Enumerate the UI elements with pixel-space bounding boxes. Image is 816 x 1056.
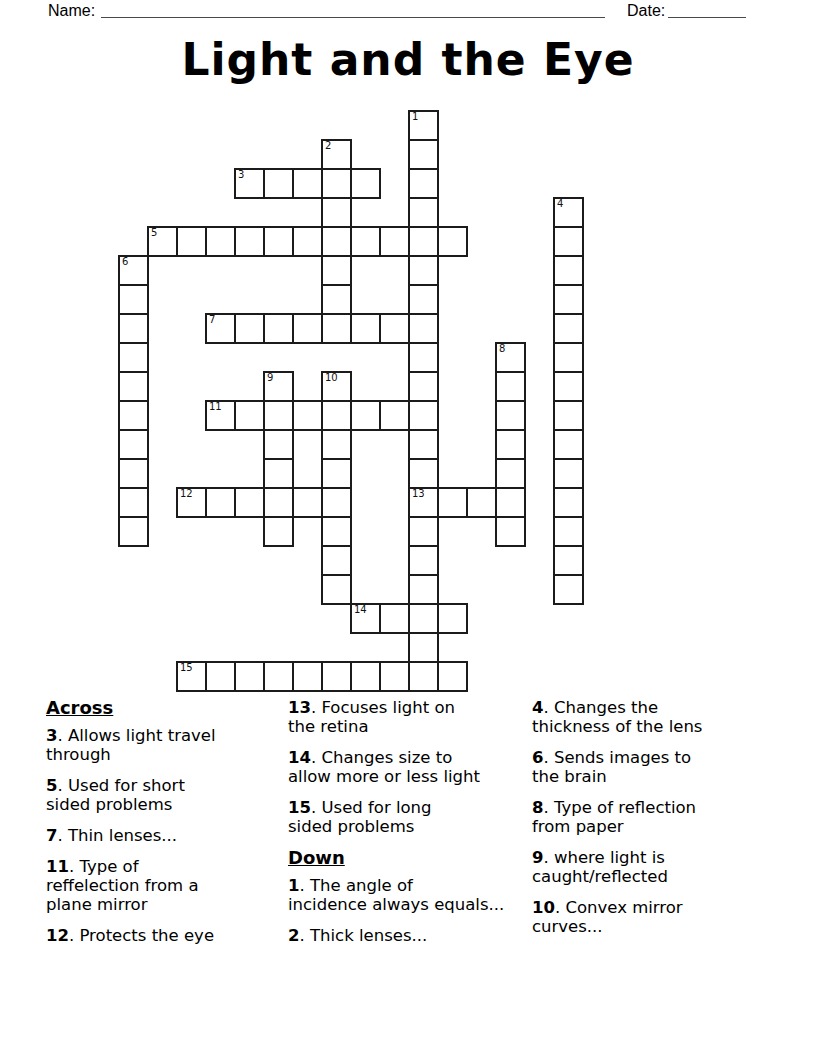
grid-cell-r17c8[interactable]: 14: [350, 603, 381, 634]
clue-text: . Sends images to the brain: [532, 748, 691, 786]
crossword-worksheet-page: { "game": "crossword", "title": "Light a…: [0, 0, 816, 1056]
clue-number-label: 10: [532, 898, 555, 917]
grid-cell-r4c11[interactable]: [437, 226, 468, 257]
grid-cell-r13c0[interactable]: [118, 487, 149, 518]
grid-cell-r13c13[interactable]: [495, 487, 526, 518]
grid-cell-r7c10[interactable]: [408, 313, 439, 344]
cell-number-2: 2: [325, 141, 331, 151]
grid-cell-r18c10[interactable]: [408, 632, 439, 663]
grid-cell-r9c10[interactable]: [408, 371, 439, 402]
grid-cell-r4c15[interactable]: [553, 226, 584, 257]
grid-cell-r7c5[interactable]: [263, 313, 294, 344]
grid-cell-r14c5[interactable]: [263, 516, 294, 547]
grid-cell-r2c10[interactable]: [408, 168, 439, 199]
grid-cell-r3c10[interactable]: [408, 197, 439, 228]
cell-number-1: 1: [412, 112, 418, 122]
clue-down-4: 4. Changes the thickness of the lens: [532, 698, 792, 736]
grid-cell-r8c15[interactable]: [553, 342, 584, 373]
grid-cell-r16c10[interactable]: [408, 574, 439, 605]
grid-cell-r4c8[interactable]: [350, 226, 381, 257]
cell-number-15: 15: [180, 663, 193, 673]
clue-down-10: 10. Convex mirror curves...: [532, 898, 792, 936]
grid-cell-r6c7[interactable]: [321, 284, 352, 315]
grid-cell-r15c7[interactable]: [321, 545, 352, 576]
grid-cell-r12c13[interactable]: [495, 458, 526, 489]
clue-down-1: 1. The angle of incidence always equals.…: [288, 876, 530, 914]
grid-cell-r2c6[interactable]: [292, 168, 323, 199]
cell-number-4: 4: [557, 199, 563, 209]
clue-number-label: 14: [288, 748, 311, 767]
clue-number-label: 1: [288, 876, 299, 895]
cell-number-7: 7: [209, 315, 215, 325]
grid-cell-r14c7[interactable]: [321, 516, 352, 547]
grid-cell-r12c0[interactable]: [118, 458, 149, 489]
grid-cell-r14c15[interactable]: [553, 516, 584, 547]
clue-text: . The angle of incidence always equals..…: [288, 876, 504, 914]
clue-number-label: 11: [46, 857, 69, 876]
grid-cell-r8c10[interactable]: [408, 342, 439, 373]
clue-column-down: 4. Changes the thickness of the lens6. S…: [532, 698, 792, 948]
grid-cell-r16c7[interactable]: [321, 574, 352, 605]
grid-cell-r4c5[interactable]: [263, 226, 294, 257]
grid-cell-r8c0[interactable]: [118, 342, 149, 373]
grid-cell-r10c3[interactable]: 11: [205, 400, 236, 431]
grid-cell-r4c2[interactable]: [176, 226, 207, 257]
cell-number-14: 14: [354, 605, 367, 615]
cell-number-11: 11: [209, 402, 222, 412]
grid-cell-r11c13[interactable]: [495, 429, 526, 460]
cell-number-3: 3: [238, 170, 244, 180]
grid-cell-r10c15[interactable]: [553, 400, 584, 431]
grid-cell-r9c7[interactable]: 10: [321, 371, 352, 402]
clue-across-5: 5. Used for short sided problems: [46, 776, 278, 814]
grid-cell-r6c10[interactable]: [408, 284, 439, 315]
name-input-line[interactable]: [101, 2, 605, 18]
cell-number-9: 9: [267, 373, 273, 383]
grid-cell-r7c7[interactable]: [321, 313, 352, 344]
clue-down-2: 2. Thick lenses...: [288, 926, 530, 945]
clue-number-label: 7: [46, 826, 57, 845]
grid-cell-r13c6[interactable]: [292, 487, 323, 518]
grid-cell-r11c7[interactable]: [321, 429, 352, 460]
clue-text: . Changes size to allow more or less lig…: [288, 748, 480, 786]
grid-cell-r17c11[interactable]: [437, 603, 468, 634]
grid-cell-r11c5[interactable]: [263, 429, 294, 460]
crossword-grid: 123456789101112131415: [118, 110, 584, 692]
date-label: Date:: [627, 2, 665, 20]
clue-number-label: 4: [532, 698, 543, 717]
grid-cell-r9c13[interactable]: [495, 371, 526, 402]
grid-cell-r11c15[interactable]: [553, 429, 584, 460]
clue-text: . Allows light travel through: [46, 726, 216, 764]
down-heading: Down: [288, 848, 530, 867]
clue-text: . Changes the thickness of the lens: [532, 698, 702, 736]
grid-cell-r19c11[interactable]: [437, 661, 468, 692]
grid-cell-r3c7[interactable]: [321, 197, 352, 228]
grid-cell-r4c10[interactable]: [408, 226, 439, 257]
clue-number-label: 9: [532, 848, 543, 867]
grid-cell-r4c1[interactable]: 5: [147, 226, 178, 257]
grid-cell-r5c15[interactable]: [553, 255, 584, 286]
grid-cell-r2c7[interactable]: [321, 168, 352, 199]
grid-cell-r12c15[interactable]: [553, 458, 584, 489]
grid-cell-r10c4[interactable]: [234, 400, 265, 431]
grid-cell-r2c4[interactable]: 3: [234, 168, 265, 199]
grid-cell-r4c3[interactable]: [205, 226, 236, 257]
grid-cell-r9c5[interactable]: 9: [263, 371, 294, 402]
grid-cell-r17c10[interactable]: [408, 603, 439, 634]
clue-number-label: 15: [288, 798, 311, 817]
grid-cell-r13c4[interactable]: [234, 487, 265, 518]
name-label: Name:: [48, 2, 95, 20]
clue-column-middle: 13. Focuses light on the retina14. Chang…: [288, 698, 530, 957]
clue-down-8: 8. Type of reflection from paper: [532, 798, 792, 836]
grid-cell-r4c7[interactable]: [321, 226, 352, 257]
clue-across-3: 3. Allows light travel through: [46, 726, 278, 764]
grid-cell-r13c5[interactable]: [263, 487, 294, 518]
clue-across-12: 12. Protects the eye: [46, 926, 278, 945]
clue-text: . Used for short sided problems: [46, 776, 185, 814]
grid-cell-r13c11[interactable]: [437, 487, 468, 518]
clue-across-13: 13. Focuses light on the retina: [288, 698, 530, 736]
grid-cell-r10c9[interactable]: [379, 400, 410, 431]
grid-cell-r10c0[interactable]: [118, 400, 149, 431]
grid-cell-r7c3[interactable]: 7: [205, 313, 236, 344]
clue-text: . where light is caught/reflected: [532, 848, 668, 886]
clue-text: . Focuses light on the retina: [288, 698, 455, 736]
grid-cell-r12c7[interactable]: [321, 458, 352, 489]
grid-cell-r12c10[interactable]: [408, 458, 439, 489]
grid-cell-r19c2[interactable]: 15: [176, 661, 207, 692]
clue-across-11: 11. Type of reffelection from a plane mi…: [46, 857, 278, 914]
grid-cell-r10c5[interactable]: [263, 400, 294, 431]
grid-cell-r19c9[interactable]: [379, 661, 410, 692]
grid-cell-r1c10[interactable]: [408, 139, 439, 170]
clue-number-label: 5: [46, 776, 57, 795]
grid-cell-r10c8[interactable]: [350, 400, 381, 431]
clue-number-label: 8: [532, 798, 543, 817]
grid-cell-r19c6[interactable]: [292, 661, 323, 692]
cell-number-12: 12: [180, 489, 193, 499]
page-title: Light and the Eye: [0, 34, 816, 85]
grid-cell-r12c5[interactable]: [263, 458, 294, 489]
grid-cell-r7c6[interactable]: [292, 313, 323, 344]
across-heading: Across: [46, 698, 278, 717]
grid-cell-r9c15[interactable]: [553, 371, 584, 402]
grid-cell-r15c15[interactable]: [553, 545, 584, 576]
clue-text: . Type of reflection from paper: [532, 798, 696, 836]
cell-number-10: 10: [325, 373, 338, 383]
clue-column-across: Across3. Allows light travel through5. U…: [46, 698, 278, 957]
clue-number-label: 12: [46, 926, 69, 945]
grid-cell-r5c10[interactable]: [408, 255, 439, 286]
clue-number-label: 3: [46, 726, 57, 745]
grid-cell-r19c3[interactable]: [205, 661, 236, 692]
cell-number-6: 6: [122, 257, 128, 267]
grid-cell-r10c13[interactable]: [495, 400, 526, 431]
grid-cell-r7c9[interactable]: [379, 313, 410, 344]
clue-across-7: 7. Thin lenses...: [46, 826, 278, 845]
grid-cell-r2c8[interactable]: [350, 168, 381, 199]
clue-down-9: 9. where light is caught/reflected: [532, 848, 792, 886]
clue-number-label: 6: [532, 748, 543, 767]
grid-cell-r4c6[interactable]: [292, 226, 323, 257]
grid-cell-r10c7[interactable]: [321, 400, 352, 431]
clue-text: . Type of reffelection from a plane mirr…: [46, 857, 199, 914]
grid-cell-r7c15[interactable]: [553, 313, 584, 344]
grid-cell-r7c0[interactable]: [118, 313, 149, 344]
clue-across-14: 14. Changes size to allow more or less l…: [288, 748, 530, 786]
grid-cell-r10c6[interactable]: [292, 400, 323, 431]
cell-number-5: 5: [151, 228, 157, 238]
grid-cell-r13c10[interactable]: 13: [408, 487, 439, 518]
grid-cell-r6c0[interactable]: [118, 284, 149, 315]
grid-cell-r13c15[interactable]: [553, 487, 584, 518]
grid-cell-r1c7[interactable]: 2: [321, 139, 352, 170]
grid-cell-r13c2[interactable]: 12: [176, 487, 207, 518]
grid-cell-r13c3[interactable]: [205, 487, 236, 518]
grid-cell-r13c7[interactable]: [321, 487, 352, 518]
grid-cell-r19c10[interactable]: [408, 661, 439, 692]
grid-cell-r9c0[interactable]: [118, 371, 149, 402]
grid-cell-r17c9[interactable]: [379, 603, 410, 634]
grid-cell-r19c4[interactable]: [234, 661, 265, 692]
clue-number-label: 13: [288, 698, 311, 717]
grid-cell-r14c10[interactable]: [408, 516, 439, 547]
clue-down-6: 6. Sends images to the brain: [532, 748, 792, 786]
grid-cell-r3c15[interactable]: 4: [553, 197, 584, 228]
grid-cell-r19c8[interactable]: [350, 661, 381, 692]
grid-cell-r14c0[interactable]: [118, 516, 149, 547]
grid-cell-r11c0[interactable]: [118, 429, 149, 460]
grid-cell-r8c13[interactable]: 8: [495, 342, 526, 373]
grid-cell-r13c12[interactable]: [466, 487, 497, 518]
grid-cell-r15c10[interactable]: [408, 545, 439, 576]
date-input-line[interactable]: [668, 2, 746, 18]
cell-number-8: 8: [499, 344, 505, 354]
grid-cell-r5c7[interactable]: [321, 255, 352, 286]
grid-cell-r2c5[interactable]: [263, 168, 294, 199]
grid-cell-r10c10[interactable]: [408, 400, 439, 431]
grid-cell-r19c7[interactable]: [321, 661, 352, 692]
grid-cell-r7c8[interactable]: [350, 313, 381, 344]
grid-cell-r4c9[interactable]: [379, 226, 410, 257]
grid-cell-r7c4[interactable]: [234, 313, 265, 344]
clue-across-15: 15. Used for long sided problems: [288, 798, 530, 836]
clue-text: . Thick lenses...: [299, 926, 427, 945]
clue-text: . Thin lenses...: [57, 826, 177, 845]
grid-cell-r4c4[interactable]: [234, 226, 265, 257]
grid-cell-r5c0[interactable]: 6: [118, 255, 149, 286]
clue-text: . Convex mirror curves...: [532, 898, 683, 936]
grid-cell-r16c15[interactable]: [553, 574, 584, 605]
clue-number-label: 2: [288, 926, 299, 945]
grid-cell-r0c10[interactable]: 1: [408, 110, 439, 141]
grid-cell-r14c13[interactable]: [495, 516, 526, 547]
cell-number-13: 13: [412, 489, 425, 499]
clue-text: . Protects the eye: [69, 926, 214, 945]
grid-cell-r6c15[interactable]: [553, 284, 584, 315]
grid-cell-r19c5[interactable]: [263, 661, 294, 692]
grid-cell-r11c10[interactable]: [408, 429, 439, 460]
